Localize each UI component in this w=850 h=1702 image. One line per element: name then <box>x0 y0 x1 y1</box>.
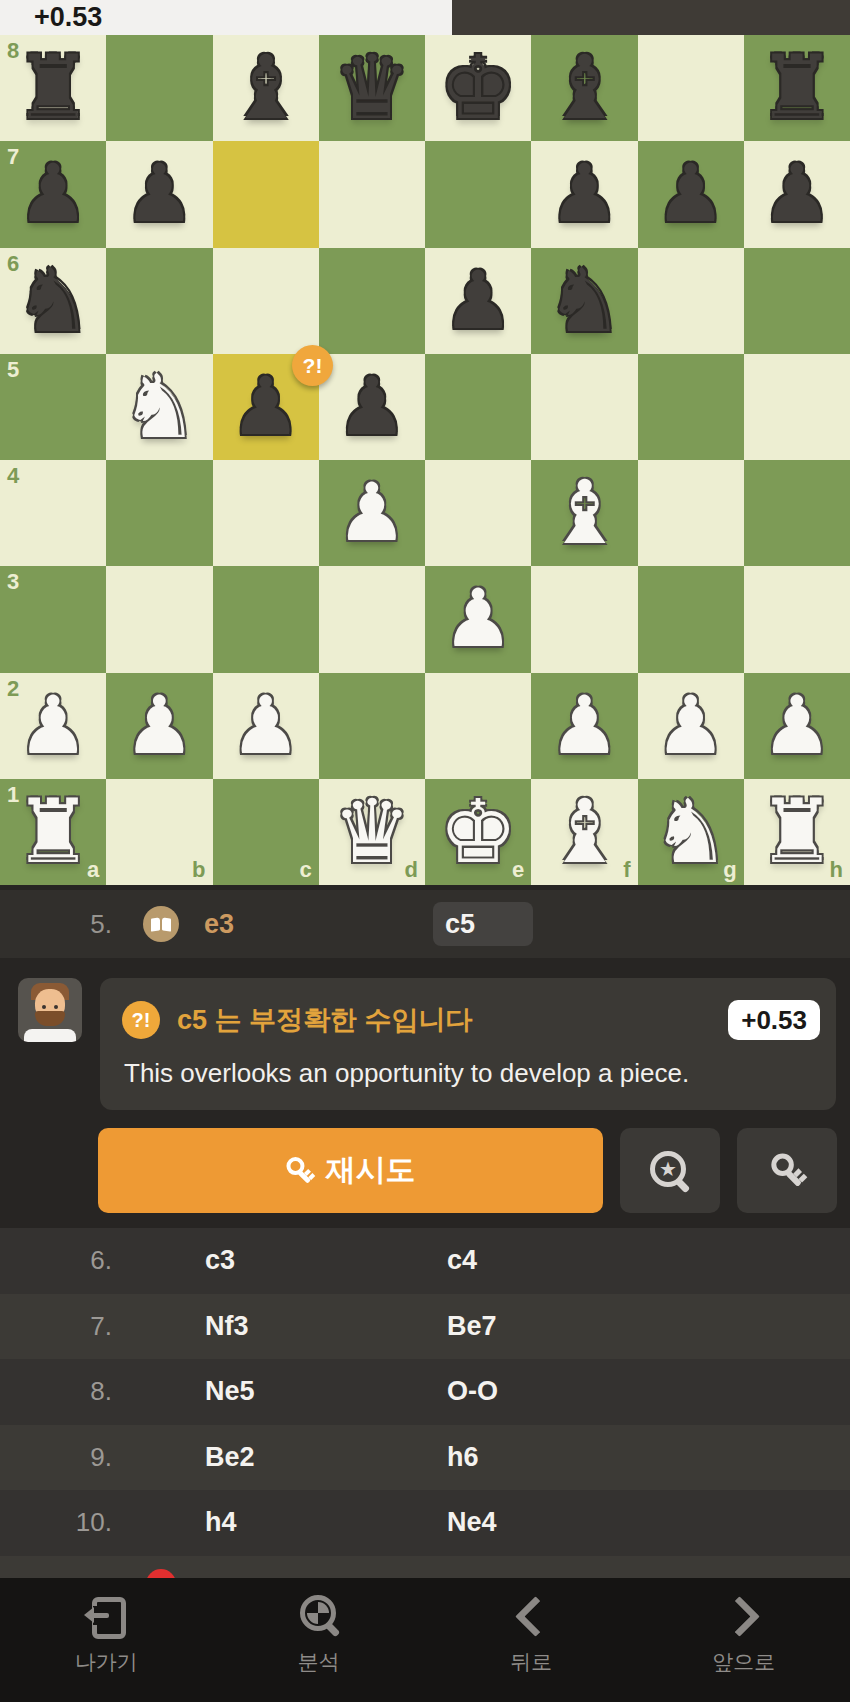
coach-comment-header: ?! c5 는 부정확한 수입니다 +0.53 <box>122 1000 820 1040</box>
square-c2[interactable]: ♟ <box>213 673 319 779</box>
piece-white-pawn[interactable]: ♟ <box>0 673 106 779</box>
square-h1[interactable]: h♜ <box>744 779 850 885</box>
square-e2[interactable] <box>425 673 531 779</box>
exit-icon <box>84 1596 128 1636</box>
current-move-row: 5. e3 c5 <box>0 890 850 958</box>
square-f7[interactable]: ♟ <box>531 141 637 247</box>
square-b1[interactable]: b <box>106 779 212 885</box>
inaccuracy-badge-icon: ?! <box>122 1001 160 1039</box>
square-g1[interactable]: g♞ <box>638 779 744 885</box>
piece-white-knight[interactable]: ♞ <box>106 354 212 460</box>
nav-forward-button[interactable]: 앞으로 <box>638 1578 850 1702</box>
key-icon <box>279 1151 319 1191</box>
black-move[interactable]: O-O <box>447 1376 498 1407</box>
square-a2[interactable]: 2♟ <box>0 673 106 779</box>
square-a1[interactable]: 1a♜ <box>0 779 106 885</box>
square-e5[interactable] <box>425 354 531 460</box>
bottom-navigation: 나가기 분석 뒤로 앞으로 <box>0 1578 850 1702</box>
square-c8[interactable]: ♝ <box>213 35 319 141</box>
square-d8[interactable]: ♛ <box>319 35 425 141</box>
move-row[interactable]: 10. h4 Ne4 <box>0 1490 850 1556</box>
chevron-right-icon <box>719 1595 760 1636</box>
square-c7[interactable] <box>213 141 319 247</box>
square-c3[interactable] <box>213 566 319 672</box>
square-h8[interactable]: ♜ <box>744 35 850 141</box>
square-f2[interactable]: ♟ <box>531 673 637 779</box>
square-f4[interactable]: ♝ <box>531 460 637 566</box>
piece-black-pawn[interactable]: ♟ <box>531 141 637 247</box>
blunder-badge-icon: ?? <box>146 1569 176 1579</box>
piece-white-pawn[interactable]: ♟ <box>319 460 425 566</box>
square-e6[interactable]: ♟ <box>425 248 531 354</box>
square-d4[interactable]: ♟ <box>319 460 425 566</box>
square-g7[interactable]: ♟ <box>638 141 744 247</box>
square-a5[interactable]: 5 <box>0 354 106 460</box>
piece-black-pawn[interactable]: ♟ <box>744 141 850 247</box>
square-a3[interactable]: 3 <box>0 566 106 672</box>
square-h2[interactable]: ♟ <box>744 673 850 779</box>
evaluation-chip: +0.53 <box>728 1000 820 1040</box>
square-b7[interactable]: ♟ <box>106 141 212 247</box>
retry-button-label: 재시도 <box>326 1150 416 1191</box>
nav-label: 분석 <box>298 1648 340 1676</box>
coach-comment-panel: ?! c5 는 부정확한 수입니다 +0.53 This overlooks a… <box>100 978 836 1110</box>
piece-black-rook[interactable]: ♜ <box>0 35 106 141</box>
square-h7[interactable]: ♟ <box>744 141 850 247</box>
nav-label: 뒤로 <box>510 1648 552 1676</box>
piece-black-knight[interactable]: ♞ <box>531 248 637 354</box>
move-list: 6. c3 c4 7. Nf3 Be7 8. Ne5 O-O 9. Be2 h6… <box>0 1228 850 1578</box>
piece-white-knight[interactable]: ♞ <box>638 779 744 885</box>
piece-black-pawn[interactable]: ♟ <box>319 354 425 460</box>
square-g5[interactable] <box>638 354 744 460</box>
move-row[interactable]: 6. c3 c4 <box>0 1228 850 1294</box>
square-b8[interactable] <box>106 35 212 141</box>
square-d7[interactable] <box>319 141 425 247</box>
move-row[interactable]: 8. Ne5 O-O <box>0 1359 850 1425</box>
square-d6[interactable] <box>319 248 425 354</box>
square-a4[interactable]: 4 <box>0 460 106 566</box>
square-b3[interactable] <box>106 566 212 672</box>
rank-label: 4 <box>7 465 19 487</box>
key-icon <box>762 1146 811 1195</box>
square-h3[interactable] <box>744 566 850 672</box>
black-move[interactable]: h6 <box>447 1442 479 1473</box>
move-number: 10. <box>0 1507 112 1538</box>
square-d5[interactable]: ♟ <box>319 354 425 460</box>
square-h4[interactable] <box>744 460 850 566</box>
square-f8[interactable]: ♝ <box>531 35 637 141</box>
inaccuracy-badge-icon: ?! <box>292 345 333 386</box>
square-a8[interactable]: 8♜ <box>0 35 106 141</box>
piece-white-pawn[interactable]: ♟ <box>744 673 850 779</box>
square-f5[interactable] <box>531 354 637 460</box>
show-best-move-button[interactable]: ★ <box>620 1128 720 1213</box>
nav-analysis-button[interactable]: 분석 <box>213 1578 426 1702</box>
move-number: 5. <box>0 909 112 940</box>
square-f6[interactable]: ♞ <box>531 248 637 354</box>
move-row-partial[interactable]: 11. ?? <box>0 1556 850 1579</box>
chess-board[interactable]: 8♜♝♛♚♝♜7♟♟♟♟♟6♞♟♞5♞♟♟4♟♝3♟2♟♟♟♟♟♟1a♜bcd♛… <box>0 35 850 885</box>
black-move: c5 <box>445 909 475 940</box>
square-g6[interactable] <box>638 248 744 354</box>
white-move[interactable]: c3 <box>205 1245 235 1276</box>
square-e3[interactable]: ♟ <box>425 566 531 672</box>
piece-black-rook[interactable]: ♜ <box>744 35 850 141</box>
nav-exit-button[interactable]: 나가기 <box>0 1578 213 1702</box>
square-d3[interactable] <box>319 566 425 672</box>
piece-white-pawn[interactable]: ♟ <box>106 673 212 779</box>
square-h5[interactable] <box>744 354 850 460</box>
square-g3[interactable] <box>638 566 744 672</box>
move-row[interactable]: 7. Nf3 Be7 <box>0 1294 850 1360</box>
square-e1[interactable]: e♚ <box>425 779 531 885</box>
piece-white-pawn[interactable]: ♟ <box>638 673 744 779</box>
square-e4[interactable] <box>425 460 531 566</box>
square-c6[interactable] <box>213 248 319 354</box>
square-b6[interactable] <box>106 248 212 354</box>
piece-black-pawn[interactable]: ♟ <box>0 141 106 247</box>
evaluation-score: +0.53 <box>34 2 102 33</box>
key-moment-button[interactable] <box>737 1128 837 1213</box>
white-move[interactable]: Be2 <box>205 1442 255 1473</box>
square-a6[interactable]: 6♞ <box>0 248 106 354</box>
nav-label: 앞으로 <box>712 1648 775 1676</box>
piece-black-pawn[interactable]: ♟ <box>425 248 531 354</box>
comment-body: This overlooks an opportunity to develop… <box>124 1058 820 1089</box>
piece-black-king[interactable]: ♚ <box>425 35 531 141</box>
square-b5[interactable]: ♞ <box>106 354 212 460</box>
square-g4[interactable] <box>638 460 744 566</box>
piece-white-pawn[interactable]: ♟ <box>213 673 319 779</box>
piece-white-queen[interactable]: ♛ <box>319 779 425 885</box>
nav-back-button[interactable]: 뒤로 <box>425 1578 638 1702</box>
square-e7[interactable] <box>425 141 531 247</box>
square-e8[interactable]: ♚ <box>425 35 531 141</box>
rank-label: 3 <box>7 571 19 593</box>
white-move[interactable]: h4 <box>205 1507 237 1538</box>
game-review-screen: +0.53 8♜♝♛♚♝♜7♟♟♟♟♟6♞♟♞5♞♟♟4♟♝3♟2♟♟♟♟♟♟1… <box>0 0 850 1702</box>
piece-black-pawn[interactable]: ♟ <box>106 141 212 247</box>
piece-black-pawn[interactable]: ♟ <box>638 141 744 247</box>
move-number: 7. <box>0 1311 112 1342</box>
black-move[interactable]: Be7 <box>447 1311 497 1342</box>
rank-label: 5 <box>7 359 19 381</box>
black-move[interactable]: Ne4 <box>447 1507 497 1538</box>
evaluation-bar-white-portion: +0.53 <box>0 0 452 35</box>
coach-avatar <box>18 978 82 1042</box>
piece-black-bishop[interactable]: ♝ <box>531 35 637 141</box>
book-icon <box>143 906 179 942</box>
file-label: b <box>192 859 205 881</box>
retry-button[interactable]: 재시도 <box>98 1128 603 1213</box>
chevron-left-icon <box>515 1595 556 1636</box>
file-label: c <box>300 859 312 881</box>
piece-white-king[interactable]: ♚ <box>425 779 531 885</box>
evaluation-bar: +0.53 <box>0 0 850 35</box>
evaluation-chip-value: +0.53 <box>728 1005 820 1036</box>
square-h6[interactable] <box>744 248 850 354</box>
square-a7[interactable]: 7♟ <box>0 141 106 247</box>
square-g2[interactable]: ♟ <box>638 673 744 779</box>
square-d2[interactable] <box>319 673 425 779</box>
piece-white-rook[interactable]: ♜ <box>0 779 106 885</box>
piece-white-pawn[interactable]: ♟ <box>531 673 637 779</box>
square-d1[interactable]: d♛ <box>319 779 425 885</box>
move-number: 9. <box>0 1442 112 1473</box>
move-number: 8. <box>0 1376 112 1407</box>
white-move[interactable]: e3 <box>204 909 234 940</box>
white-move[interactable]: Ne5 <box>205 1376 255 1407</box>
piece-white-pawn[interactable]: ♟ <box>425 566 531 672</box>
move-number: 6. <box>0 1245 112 1276</box>
black-move[interactable]: c4 <box>447 1245 477 1276</box>
square-b2[interactable]: ♟ <box>106 673 212 779</box>
magnifier-star-icon: ★ <box>648 1149 692 1193</box>
square-c1[interactable]: c <box>213 779 319 885</box>
nav-label: 나가기 <box>75 1648 138 1676</box>
move-row[interactable]: 9. Be2 h6 <box>0 1425 850 1491</box>
piece-black-knight[interactable]: ♞ <box>0 248 106 354</box>
comment-title: c5 는 부정확한 수입니다 <box>177 1002 473 1038</box>
piece-white-rook[interactable]: ♜ <box>744 779 850 885</box>
square-c4[interactable] <box>213 460 319 566</box>
square-f3[interactable] <box>531 566 637 672</box>
piece-black-queen[interactable]: ♛ <box>319 35 425 141</box>
selected-move-chip[interactable]: c5 <box>433 902 533 946</box>
square-b4[interactable] <box>106 460 212 566</box>
piece-white-bishop[interactable]: ♝ <box>531 779 637 885</box>
square-g8[interactable] <box>638 35 744 141</box>
piece-black-bishop[interactable]: ♝ <box>213 35 319 141</box>
piece-white-bishop[interactable]: ♝ <box>531 460 637 566</box>
white-move[interactable]: Nf3 <box>205 1311 249 1342</box>
analysis-icon <box>297 1594 341 1638</box>
square-f1[interactable]: f♝ <box>531 779 637 885</box>
